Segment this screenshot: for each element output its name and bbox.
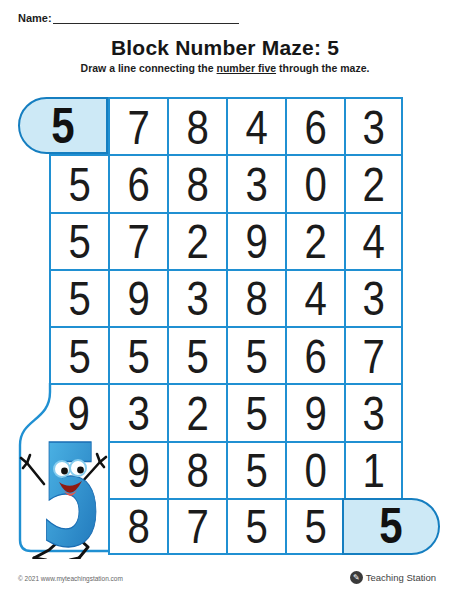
maze-cell-r6c2[interactable]: 8 bbox=[167, 441, 226, 498]
maze-cell-r0c5[interactable]: 3 bbox=[344, 97, 403, 154]
name-row: Name: bbox=[18, 10, 239, 24]
maze-cell-r5c3[interactable]: 5 bbox=[226, 383, 285, 440]
cell-number: 5 bbox=[127, 328, 149, 384]
maze-cell-r2c5[interactable]: 4 bbox=[344, 212, 403, 269]
pencil-logo-icon: ✎ bbox=[350, 571, 363, 584]
cell-number: 7 bbox=[127, 213, 149, 269]
end-cell[interactable]: 5 bbox=[342, 498, 440, 555]
cell-number: 2 bbox=[186, 213, 208, 269]
cell-number: 8 bbox=[186, 99, 208, 155]
maze-cell-r3c2[interactable]: 3 bbox=[167, 269, 226, 326]
maze-cell-r0c1[interactable]: 7 bbox=[108, 97, 167, 154]
maze-cell-r6c5[interactable]: 1 bbox=[344, 441, 403, 498]
cell-number: 3 bbox=[127, 385, 149, 441]
cell-number: 7 bbox=[362, 328, 384, 384]
cell-number: 3 bbox=[245, 156, 267, 212]
maze-board: 7846356830257292459384355556793259398501… bbox=[49, 97, 403, 555]
maze-cell-r1c0[interactable]: 5 bbox=[49, 154, 108, 211]
cell-number: 6 bbox=[304, 328, 326, 384]
cell-number: 3 bbox=[362, 385, 384, 441]
cell-number: 9 bbox=[304, 385, 326, 441]
cell-number: 6 bbox=[304, 99, 326, 155]
cell-number: 9 bbox=[245, 213, 267, 269]
maze-cell-r0c2[interactable]: 8 bbox=[167, 97, 226, 154]
maze-cell-r3c1[interactable]: 9 bbox=[108, 269, 167, 326]
maze-cell-r1c4[interactable]: 0 bbox=[285, 154, 344, 211]
maze-cell-r2c0[interactable]: 5 bbox=[49, 212, 108, 269]
maze-cell-r0c4[interactable]: 6 bbox=[285, 97, 344, 154]
instructions-underlined: number five bbox=[217, 62, 277, 74]
cell-number: 2 bbox=[304, 213, 326, 269]
worksheet-page: Name: Block Number Maze: 5 Draw a line c… bbox=[0, 0, 450, 600]
maze-cell-r7c2[interactable]: 7 bbox=[167, 498, 226, 555]
page-title: Block Number Maze: 5 bbox=[0, 36, 450, 60]
cell-number: 6 bbox=[127, 156, 149, 212]
cell-number: 0 bbox=[304, 156, 326, 212]
copyright-text: © 2021 www.myteachingstation.com bbox=[18, 575, 123, 582]
name-input-line[interactable] bbox=[53, 10, 239, 24]
maze-cell-r7c4[interactable]: 5 bbox=[285, 498, 344, 555]
maze-cell-r4c3[interactable]: 5 bbox=[226, 326, 285, 383]
instructions: Draw a line connecting the number five t… bbox=[0, 62, 450, 74]
maze-cell-r5c4[interactable]: 9 bbox=[285, 383, 344, 440]
maze-cell-r2c1[interactable]: 7 bbox=[108, 212, 167, 269]
maze-cell-r4c2[interactable]: 5 bbox=[167, 326, 226, 383]
cell-number: 7 bbox=[127, 99, 149, 155]
cell-number: 3 bbox=[186, 270, 208, 326]
number-five-mascot: 5 bbox=[16, 383, 110, 559]
maze-cell-r4c5[interactable]: 7 bbox=[344, 326, 403, 383]
cell-number: 7 bbox=[186, 498, 208, 554]
maze-cell-r5c2[interactable]: 2 bbox=[167, 383, 226, 440]
maze-cell-r3c4[interactable]: 4 bbox=[285, 269, 344, 326]
cell-number: 3 bbox=[362, 270, 384, 326]
maze-cell-r7c1[interactable]: 8 bbox=[108, 498, 167, 555]
cell-number: 4 bbox=[362, 213, 384, 269]
maze-cell-r6c1[interactable]: 9 bbox=[108, 441, 167, 498]
cell-number: 2 bbox=[186, 385, 208, 441]
cell-number: 5 bbox=[68, 270, 90, 326]
cell-number: 9 bbox=[127, 442, 149, 498]
cell-number: 5 bbox=[186, 328, 208, 384]
maze-cell-r7c3[interactable]: 5 bbox=[226, 498, 285, 555]
maze-cell-r2c4[interactable]: 2 bbox=[285, 212, 344, 269]
maze-cell-r3c3[interactable]: 8 bbox=[226, 269, 285, 326]
cell-number: 5 bbox=[245, 385, 267, 441]
cell-number: 8 bbox=[245, 270, 267, 326]
start-cell[interactable]: 5 bbox=[18, 97, 108, 154]
maze-cell-r5c5[interactable]: 3 bbox=[344, 383, 403, 440]
cell-number: 4 bbox=[304, 270, 326, 326]
cell-number: 5 bbox=[68, 213, 90, 269]
maze-cell-r3c5[interactable]: 3 bbox=[344, 269, 403, 326]
cell-number: 5 bbox=[304, 498, 326, 554]
maze-cell-r1c3[interactable]: 3 bbox=[226, 154, 285, 211]
cell-number: 5 bbox=[68, 156, 90, 212]
maze-cell-r6c4[interactable]: 0 bbox=[285, 441, 344, 498]
maze-cell-r5c1[interactable]: 3 bbox=[108, 383, 167, 440]
cell-number: 5 bbox=[245, 442, 267, 498]
cell-number: 3 bbox=[362, 99, 384, 155]
start-cell-number: 5 bbox=[51, 97, 74, 155]
maze-cell-r2c2[interactable]: 2 bbox=[167, 212, 226, 269]
name-label: Name: bbox=[18, 12, 52, 24]
maze-cell-r3c0[interactable]: 5 bbox=[49, 269, 108, 326]
maze-cell-r0c3[interactable]: 4 bbox=[226, 97, 285, 154]
cell-number: 8 bbox=[186, 442, 208, 498]
cell-number: 9 bbox=[127, 270, 149, 326]
cell-number: 8 bbox=[127, 498, 149, 554]
maze-cell-r1c2[interactable]: 8 bbox=[167, 154, 226, 211]
maze-cell-r1c5[interactable]: 2 bbox=[344, 154, 403, 211]
cell-number: 5 bbox=[245, 498, 267, 554]
cell-number: 2 bbox=[362, 156, 384, 212]
maze-cell-r6c3[interactable]: 5 bbox=[226, 441, 285, 498]
cell-number: 8 bbox=[186, 156, 208, 212]
instructions-suffix: through the maze. bbox=[276, 62, 369, 74]
cell-number: 4 bbox=[245, 99, 267, 155]
maze-cell-r1c1[interactable]: 6 bbox=[108, 154, 167, 211]
cell-number: 0 bbox=[304, 442, 326, 498]
brand-logo: ✎ Teaching Station bbox=[350, 571, 436, 584]
instructions-prefix: Draw a line connecting the bbox=[81, 62, 217, 74]
cell-number: 5 bbox=[245, 328, 267, 384]
end-cell-number: 5 bbox=[379, 497, 402, 555]
cell-number: 5 bbox=[68, 328, 90, 384]
maze-cell-r4c4[interactable]: 6 bbox=[285, 326, 344, 383]
maze-cell-r2c3[interactable]: 9 bbox=[226, 212, 285, 269]
maze-cell-r4c1[interactable]: 5 bbox=[108, 326, 167, 383]
cell-number: 1 bbox=[362, 442, 384, 498]
maze-cell-r4c0[interactable]: 5 bbox=[49, 326, 108, 383]
brand-name: Teaching Station bbox=[366, 572, 436, 583]
